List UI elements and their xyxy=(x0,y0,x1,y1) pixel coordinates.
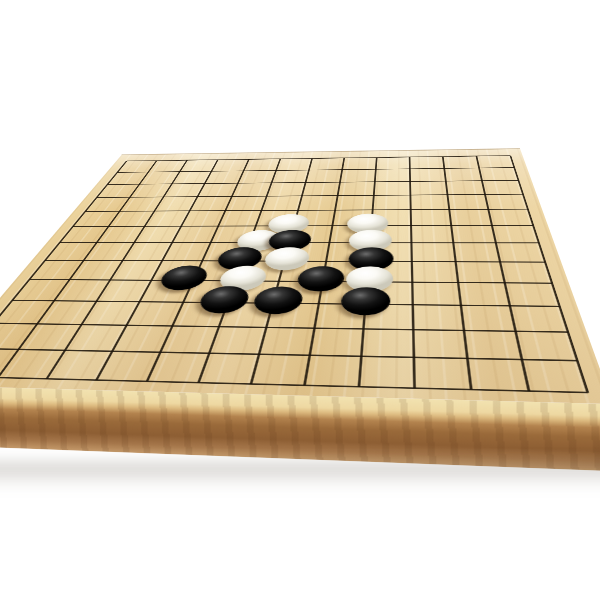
table-shadow xyxy=(0,462,600,488)
stones-layer xyxy=(0,156,588,393)
stone-black xyxy=(195,286,252,314)
stone-white xyxy=(345,266,394,292)
stone-white xyxy=(216,266,270,291)
stone-white xyxy=(348,230,392,251)
go-board xyxy=(0,148,600,404)
stone-black xyxy=(250,286,305,314)
photo-canvas xyxy=(0,0,600,600)
stone-white xyxy=(262,247,312,270)
board-front-edge xyxy=(0,385,600,471)
stone-black xyxy=(295,266,346,292)
goban-scene xyxy=(0,0,600,600)
stone-black xyxy=(156,265,212,290)
stone-black xyxy=(339,287,390,316)
stone-black xyxy=(214,247,265,270)
stone-black xyxy=(347,247,393,270)
